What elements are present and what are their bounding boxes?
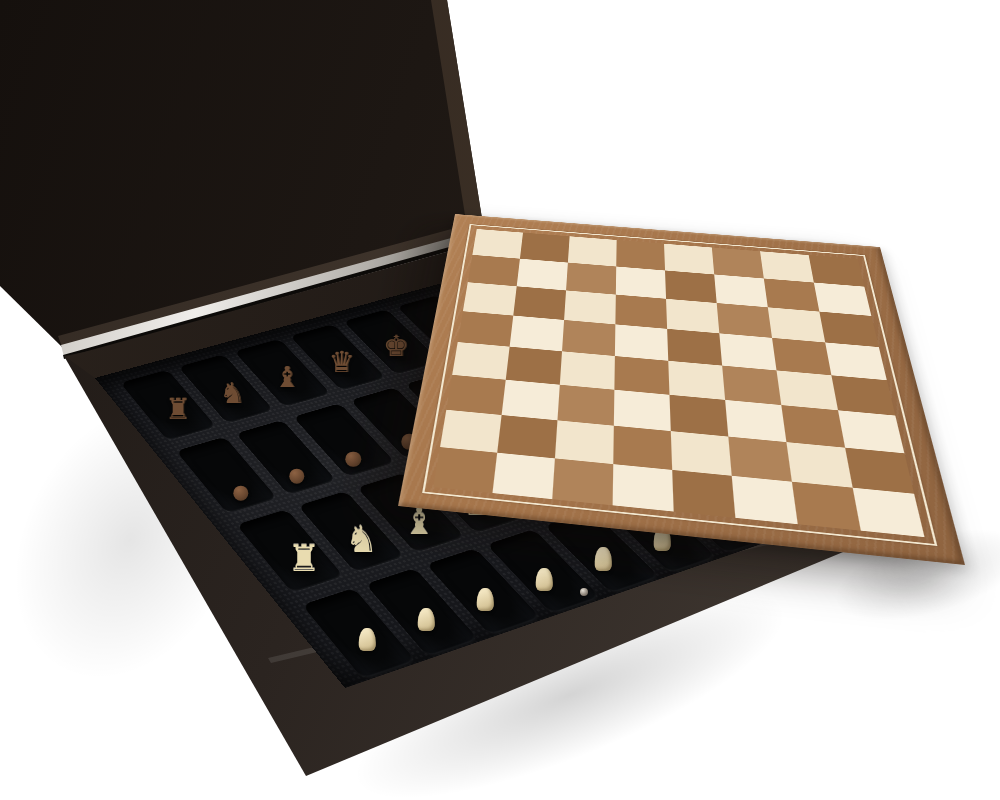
board-square [562, 320, 615, 356]
board-square [557, 385, 614, 426]
board-square [517, 259, 568, 291]
board-square [714, 274, 768, 307]
board-square [671, 431, 732, 476]
board-square [616, 240, 665, 270]
latch-pin [580, 588, 588, 596]
board-square [560, 351, 615, 389]
board-square [615, 324, 668, 360]
board-square [719, 333, 776, 370]
board-square [672, 470, 735, 518]
board-square [564, 290, 616, 324]
board-square [838, 410, 904, 453]
board-square [502, 380, 560, 421]
board-square [853, 488, 925, 537]
board-square [440, 410, 502, 453]
board-square [468, 255, 520, 286]
board-square [781, 405, 845, 448]
board-square [668, 361, 725, 400]
board-square [764, 278, 820, 311]
board-square [845, 448, 914, 494]
board-square [831, 375, 895, 415]
board-square [722, 366, 781, 406]
board-square [497, 415, 557, 458]
board-square [568, 236, 617, 266]
board-square [777, 370, 839, 410]
board-square [510, 316, 564, 352]
board-square [552, 458, 613, 505]
chessboard-squares [433, 229, 924, 537]
board-square [506, 347, 562, 385]
board-square [786, 442, 852, 488]
board-square [520, 233, 570, 263]
board-square [712, 247, 764, 278]
board-square [768, 307, 825, 342]
board-square [717, 303, 772, 338]
board-square [446, 375, 505, 415]
board-square [616, 267, 666, 299]
product-photo-chess-set: ♜♞♝♛♚♝♞♜♜♞♝♛♚♝♞♜ [0, 0, 1000, 800]
board-square [492, 453, 554, 499]
board-square [472, 229, 523, 259]
board-square [458, 311, 514, 346]
board-square [666, 299, 719, 334]
board-square [725, 400, 786, 442]
board-square [614, 390, 671, 431]
board-square [792, 482, 861, 531]
board-square [667, 329, 722, 366]
board-square [772, 338, 831, 375]
board-square [669, 395, 728, 437]
board-square [615, 295, 667, 329]
board-square [566, 263, 616, 295]
chessboard [398, 214, 965, 565]
board-square [613, 426, 672, 470]
board-square [613, 464, 674, 511]
board-square [513, 286, 566, 320]
board-square [665, 270, 717, 303]
board-square [664, 244, 714, 275]
board-square [463, 282, 517, 315]
board-square [732, 476, 798, 524]
board-square [825, 342, 887, 380]
board-square [433, 447, 497, 493]
board-square [728, 437, 792, 482]
board-square [555, 420, 614, 464]
board-square [614, 356, 669, 395]
board-square [452, 342, 509, 380]
